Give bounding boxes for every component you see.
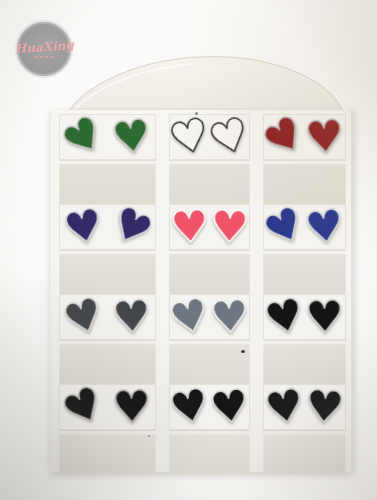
tile-recess — [59, 253, 156, 294]
brand-badge-circle: HuaXing — [15, 20, 73, 78]
mount-card: ♥♥ — [59, 294, 156, 340]
heart-stud-right: ♥ — [111, 386, 152, 427]
dust-speck — [195, 112, 198, 115]
mount-card: ♥♥ — [263, 114, 346, 160]
earring-pair-r3c2-gray: ♥♥ — [169, 294, 250, 384]
tile-recess — [263, 163, 346, 204]
heart-stud-left: ♥ — [166, 383, 213, 430]
earring-pair-r3c3-black: ♥♥ — [263, 294, 346, 384]
tile-recess — [59, 163, 156, 204]
brand-subtext-marks — [35, 56, 53, 58]
stand-body: ♥♥♥♥♥♥♥♥♥♥♥♥♥♥♥♥♥♥♥♥♥♥♥♥ — [50, 110, 353, 472]
dust-speck — [148, 435, 150, 437]
heart-stud-right: ♥ — [110, 296, 152, 339]
mount-card: ♥♥ — [169, 384, 250, 430]
earring-pair-r2c2-bright-pink: ♥♥ — [169, 204, 250, 294]
mount-card: ♥♥ — [169, 114, 250, 160]
heart-stud-right: ♥ — [304, 296, 345, 337]
earring-pair-r4c3-black: ♥♥ — [263, 384, 346, 474]
tile-recess — [169, 343, 250, 384]
mount-card: ♥♥ — [169, 294, 250, 340]
mount-card: ♥♥ — [59, 114, 156, 160]
heart-stud-left: ♥ — [166, 293, 214, 341]
tile-recess — [169, 253, 250, 294]
tile-recess — [59, 433, 156, 474]
earring-pair-r4c1-black: ♥♥ — [59, 384, 156, 474]
heart-stud-right: ♥ — [109, 114, 154, 159]
heart-stud-right: ♥ — [209, 206, 250, 247]
heart-stud-right: ♥ — [303, 115, 346, 158]
mount-card: ♥♥ — [59, 384, 156, 430]
earring-pair-r2c3-royal-blue: ♥♥ — [263, 204, 346, 294]
heart-stud-right: ♥ — [302, 204, 347, 249]
tile-recess — [169, 433, 250, 474]
heart-stud-left: ♥ — [56, 109, 111, 164]
earring-grid: ♥♥♥♥♥♥♥♥♥♥♥♥♥♥♥♥♥♥♥♥♥♥♥♥ — [59, 114, 346, 474]
earring-pair-r1c2-white-black-outline: ♥♥ — [169, 114, 250, 204]
tile-recess — [263, 433, 346, 474]
dust-speck — [241, 350, 245, 353]
product-photo: HuaXing ♥♥♥♥♥♥♥♥♥♥♥♥♥♥♥♥♥♥♥♥♥♥♥♥ — [0, 0, 377, 500]
heart-stud-left: ♥ — [260, 293, 308, 341]
tile-recess — [59, 343, 156, 384]
earring-pair-r3c1-dark-gray: ♥♥ — [59, 294, 156, 384]
brand-name-text: HuaXing — [14, 38, 74, 56]
tile-recess — [263, 343, 346, 384]
heart-stud-left: ♥ — [169, 206, 211, 249]
tile-recess — [263, 253, 346, 294]
brand-watermark: HuaXing — [15, 20, 73, 78]
mount-card: ♥♥ — [263, 384, 346, 430]
earring-pair-r1c1-dark-green: ♥♥ — [59, 114, 156, 204]
heart-stud-right: ♥ — [207, 384, 252, 429]
mount-card: ♥♥ — [59, 204, 156, 250]
heart-stud-right: ♥ — [208, 296, 250, 339]
heart-stud-left: ♥ — [60, 203, 107, 250]
heart-stud-right: ♥ — [104, 200, 158, 254]
earring-pair-r1c3-dark-red: ♥♥ — [263, 114, 346, 204]
heart-stud-left: ♥ — [59, 292, 109, 342]
mount-card: ♥♥ — [263, 204, 346, 250]
heart-stud-left: ♥ — [261, 384, 307, 430]
earring-pair-r2c1-dark-purple: ♥♥ — [59, 204, 156, 294]
heart-stud-left: ♥ — [57, 380, 111, 434]
earring-pair-r4c2-black: ♥♥ — [169, 384, 250, 474]
mount-card: ♥♥ — [263, 294, 346, 340]
tile-recess — [169, 163, 250, 204]
heart-stud-right: ♥ — [304, 386, 346, 429]
mount-card: ♥♥ — [169, 204, 250, 250]
